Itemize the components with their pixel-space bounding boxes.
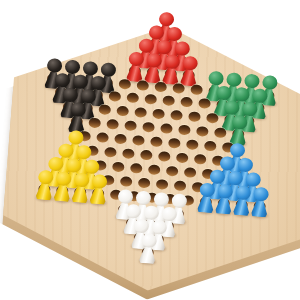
peg-hole[interactable] xyxy=(176,152,189,163)
peg-hole[interactable] xyxy=(130,163,143,174)
board-cell xyxy=(157,121,176,136)
peg-head xyxy=(128,51,144,66)
peg-head xyxy=(37,169,53,184)
peg-hole[interactable] xyxy=(188,112,201,123)
board-cell xyxy=(133,77,152,92)
peg-head xyxy=(156,39,172,54)
peg-hole[interactable] xyxy=(184,167,197,178)
peg-hole[interactable] xyxy=(156,179,169,190)
peg-base xyxy=(71,185,89,203)
peg-hole[interactable] xyxy=(138,177,151,188)
board-cell xyxy=(53,183,72,198)
peg-head xyxy=(80,89,96,104)
peg-hole[interactable] xyxy=(150,136,163,147)
peg-hole[interactable] xyxy=(114,134,127,145)
peg-yellow[interactable] xyxy=(71,172,90,203)
board-cell xyxy=(127,161,146,176)
peg-head xyxy=(253,186,269,201)
peg-head xyxy=(125,204,141,219)
peg-head xyxy=(64,60,80,75)
board-cell xyxy=(129,133,148,148)
board-cell xyxy=(121,118,140,133)
peg-hole[interactable] xyxy=(196,126,209,137)
peg-hole[interactable] xyxy=(162,96,175,107)
peg-hole[interactable] xyxy=(122,148,135,159)
peg-head xyxy=(217,183,233,198)
peg-head xyxy=(148,25,164,40)
peg-hole[interactable] xyxy=(158,151,171,162)
board-cell xyxy=(196,194,215,209)
board-cell xyxy=(137,147,156,162)
board-cell xyxy=(191,152,210,167)
peg-head xyxy=(164,54,180,69)
peg-hole[interactable] xyxy=(108,91,121,102)
peg-base xyxy=(35,182,53,200)
board-cell xyxy=(147,134,166,149)
board-cell xyxy=(201,138,220,153)
board-cell xyxy=(138,245,157,260)
peg-head xyxy=(73,172,89,187)
peg-hole[interactable] xyxy=(112,161,125,172)
peg-base xyxy=(89,186,107,204)
peg-hole[interactable] xyxy=(190,84,203,95)
peg-hole[interactable] xyxy=(172,82,185,93)
peg-head xyxy=(245,172,261,187)
board-cell xyxy=(113,104,132,119)
peg-head xyxy=(62,88,78,103)
board-cell xyxy=(115,76,134,91)
peg-head xyxy=(133,219,149,234)
peg-hole[interactable] xyxy=(144,94,157,105)
board-cell xyxy=(173,150,192,165)
peg-yellow[interactable] xyxy=(35,169,54,200)
board-cell xyxy=(89,185,108,200)
peg-head xyxy=(90,76,106,91)
peg-head xyxy=(251,89,267,104)
board-cell xyxy=(145,162,164,177)
peg-hole[interactable] xyxy=(132,135,145,146)
board-cell xyxy=(211,125,230,140)
peg-hole[interactable] xyxy=(140,150,153,161)
peg-head xyxy=(153,192,169,207)
peg-hole[interactable] xyxy=(178,125,191,136)
peg-head xyxy=(182,55,198,70)
board-cell xyxy=(203,111,222,126)
board-cell xyxy=(167,108,186,123)
peg-head xyxy=(141,233,157,248)
peg-hole[interactable] xyxy=(154,81,167,92)
board-cell xyxy=(35,181,54,196)
peg-head xyxy=(65,157,81,172)
peg-hole[interactable] xyxy=(136,80,149,91)
peg-base xyxy=(250,199,268,217)
peg-head xyxy=(241,102,257,117)
peg-hole[interactable] xyxy=(104,147,117,158)
peg-hole[interactable] xyxy=(170,110,183,121)
peg-yellow[interactable] xyxy=(89,173,108,204)
board-cell xyxy=(117,174,136,189)
peg-blue[interactable] xyxy=(197,182,216,213)
peg-base xyxy=(197,195,215,213)
board-cell xyxy=(105,89,124,104)
peg-head xyxy=(82,61,98,76)
board-cell xyxy=(141,92,160,107)
board-cell xyxy=(153,177,172,192)
peg-head xyxy=(209,169,225,184)
board-grid xyxy=(30,15,282,270)
peg-hole[interactable] xyxy=(126,93,139,104)
peg-head xyxy=(208,71,224,86)
board-cell xyxy=(169,80,188,95)
board-cell xyxy=(131,105,150,120)
peg-base xyxy=(53,184,71,202)
board-cell xyxy=(149,107,168,122)
peg-base xyxy=(138,246,156,264)
board-cell xyxy=(183,137,202,152)
peg-head xyxy=(138,38,154,53)
board-cell xyxy=(71,184,90,199)
peg-head xyxy=(227,170,243,185)
peg-hole[interactable] xyxy=(166,166,179,177)
peg-head xyxy=(151,220,167,235)
peg-blue[interactable] xyxy=(232,185,251,216)
peg-hole[interactable] xyxy=(194,154,207,165)
board-cell xyxy=(93,130,112,145)
peg-white[interactable] xyxy=(138,233,157,264)
board-cell xyxy=(214,195,233,210)
peg-hole[interactable] xyxy=(88,118,101,129)
board-cell xyxy=(123,91,142,106)
peg-head xyxy=(117,189,133,204)
peg-hole[interactable] xyxy=(148,164,161,175)
board-cell xyxy=(195,96,214,111)
board-cell xyxy=(185,109,204,124)
peg-head xyxy=(261,75,277,90)
board-cell xyxy=(187,82,206,97)
peg-head xyxy=(243,74,259,89)
peg-head xyxy=(171,194,187,209)
board-cell xyxy=(177,95,196,110)
peg-base xyxy=(232,198,250,216)
peg-blue[interactable] xyxy=(250,186,269,217)
board-cell xyxy=(163,163,182,178)
peg-hole[interactable] xyxy=(98,104,111,115)
peg-head xyxy=(47,156,63,171)
peg-head xyxy=(235,185,251,200)
peg-yellow[interactable] xyxy=(53,171,72,202)
peg-hole[interactable] xyxy=(96,132,109,143)
peg-hole[interactable] xyxy=(116,106,129,117)
peg-head xyxy=(174,41,190,56)
board-cell xyxy=(139,120,158,135)
board-cell xyxy=(193,124,212,139)
board-cell xyxy=(151,79,170,94)
board-cell xyxy=(250,198,269,213)
peg-head xyxy=(67,130,83,145)
peg-head xyxy=(161,207,177,222)
peg-head xyxy=(75,144,91,159)
board-cell xyxy=(232,197,251,212)
peg-head xyxy=(219,156,235,171)
peg-hole[interactable] xyxy=(124,120,137,131)
peg-hole[interactable] xyxy=(174,180,187,191)
board-cell xyxy=(85,115,104,130)
peg-head xyxy=(158,12,174,27)
peg-head xyxy=(83,159,99,174)
peg-head xyxy=(46,58,62,73)
peg-hole[interactable] xyxy=(134,107,147,118)
peg-head xyxy=(91,173,107,188)
board-cell xyxy=(101,145,120,160)
peg-head xyxy=(229,143,245,158)
board-cell xyxy=(119,146,138,161)
peg-hole[interactable] xyxy=(106,119,119,130)
peg-head xyxy=(223,100,239,115)
board-cell xyxy=(125,63,144,78)
peg-hole[interactable] xyxy=(142,122,155,133)
peg-hole[interactable] xyxy=(120,176,133,187)
peg-head xyxy=(72,74,88,89)
peg-head xyxy=(215,86,231,101)
board-cell xyxy=(229,127,248,142)
board-cell xyxy=(161,66,180,81)
peg-head xyxy=(199,182,215,197)
peg-blue[interactable] xyxy=(215,183,234,214)
peg-head xyxy=(237,157,253,172)
board-cell xyxy=(111,131,130,146)
peg-head xyxy=(54,73,70,88)
chinese-checkers-board xyxy=(0,0,300,300)
board-cell xyxy=(165,136,184,151)
peg-head xyxy=(100,63,116,78)
board-cell xyxy=(171,178,190,193)
board-cell xyxy=(109,159,128,174)
peg-head xyxy=(166,26,182,41)
board-cell xyxy=(67,114,86,129)
board-cell xyxy=(103,117,122,132)
peg-hole[interactable] xyxy=(160,123,173,134)
board-cell xyxy=(135,175,154,190)
peg-head xyxy=(57,143,73,158)
peg-hole[interactable] xyxy=(119,78,132,89)
board-cell xyxy=(181,165,200,180)
board-cell xyxy=(143,64,162,79)
peg-head xyxy=(135,191,151,206)
peg-hole[interactable] xyxy=(214,128,227,139)
peg-base xyxy=(215,196,233,214)
peg-head xyxy=(70,102,86,117)
peg-hole[interactable] xyxy=(186,139,199,150)
peg-hole[interactable] xyxy=(168,138,181,149)
board-cell xyxy=(179,67,198,82)
peg-head xyxy=(231,115,247,130)
peg-head xyxy=(225,73,241,88)
peg-hole[interactable] xyxy=(204,141,217,152)
photo-background xyxy=(0,0,300,300)
peg-hole[interactable] xyxy=(152,109,165,120)
peg-hole[interactable] xyxy=(198,98,211,109)
peg-hole[interactable] xyxy=(180,97,193,108)
peg-head xyxy=(146,52,162,67)
peg-head xyxy=(55,171,71,186)
peg-head xyxy=(143,205,159,220)
board-cell xyxy=(155,149,174,164)
peg-head xyxy=(233,87,249,102)
peg-hole[interactable] xyxy=(206,113,219,124)
board-cell xyxy=(95,102,114,117)
board-cell xyxy=(175,123,194,138)
board-cell xyxy=(159,93,178,108)
